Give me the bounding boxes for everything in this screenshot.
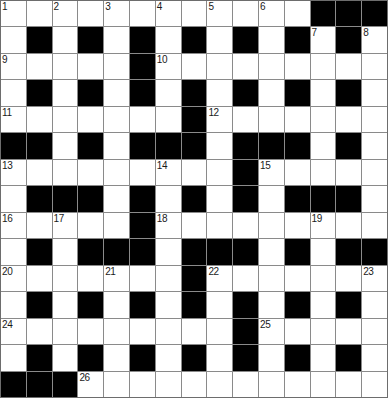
cell-r8c9[interactable] bbox=[207, 186, 232, 211]
block-cell-r14c8 bbox=[182, 345, 207, 370]
cell-r11c9[interactable]: 22 bbox=[207, 266, 232, 291]
cell-r1c12[interactable] bbox=[285, 1, 310, 26]
cell-r13c3[interactable] bbox=[53, 319, 78, 344]
cell-r15c9[interactable] bbox=[207, 372, 232, 397]
block-cell-r6c1 bbox=[1, 133, 26, 158]
block-cell-r7c10 bbox=[233, 160, 258, 185]
cell-r10c11[interactable] bbox=[259, 239, 284, 264]
cell-r14c13[interactable] bbox=[311, 345, 336, 370]
cell-r9c2[interactable] bbox=[27, 213, 52, 238]
clue-number-21: 21 bbox=[105, 266, 115, 277]
cell-r9c1[interactable]: 16 bbox=[1, 213, 26, 238]
block-cell-r14c2 bbox=[27, 345, 52, 370]
cell-r7c7[interactable]: 14 bbox=[156, 160, 181, 185]
block-cell-r8c13 bbox=[311, 186, 336, 211]
block-cell-r10c12 bbox=[285, 239, 310, 264]
clue-number-11: 11 bbox=[2, 107, 12, 118]
cell-r5c7[interactable] bbox=[156, 107, 181, 132]
block-cell-r1c14 bbox=[336, 1, 361, 26]
cell-r13c11[interactable]: 25 bbox=[259, 319, 284, 344]
cell-r3c9[interactable] bbox=[207, 54, 232, 79]
cell-r7c12[interactable] bbox=[285, 160, 310, 185]
cell-r9c14[interactable] bbox=[336, 213, 361, 238]
clue-number-23: 23 bbox=[363, 266, 373, 277]
cell-r2c5[interactable] bbox=[104, 27, 129, 52]
cell-r9c7[interactable]: 18 bbox=[156, 213, 181, 238]
clue-number-10: 10 bbox=[157, 54, 167, 65]
clue-number-4: 4 bbox=[157, 1, 162, 12]
block-cell-r6c6 bbox=[130, 133, 155, 158]
block-cell-r2c14 bbox=[336, 27, 361, 52]
cell-r11c4[interactable] bbox=[78, 266, 103, 291]
cell-r10c13[interactable] bbox=[311, 239, 336, 264]
cell-r1c6[interactable] bbox=[130, 1, 155, 26]
cell-r11c5[interactable]: 21 bbox=[104, 266, 129, 291]
clue-number-13: 13 bbox=[2, 160, 12, 171]
cell-r5c10[interactable] bbox=[233, 107, 258, 132]
cell-r1c4[interactable] bbox=[78, 1, 103, 26]
cell-r13c1[interactable]: 24 bbox=[1, 319, 26, 344]
cell-r7c9[interactable] bbox=[207, 160, 232, 185]
cell-r5c1[interactable]: 11 bbox=[1, 107, 26, 132]
cell-r4c1[interactable] bbox=[1, 80, 26, 105]
cell-r5c6[interactable] bbox=[130, 107, 155, 132]
block-cell-r8c8 bbox=[182, 186, 207, 211]
block-cell-r4c10 bbox=[233, 80, 258, 105]
block-cell-r15c1 bbox=[1, 372, 26, 397]
cell-r2c1[interactable] bbox=[1, 27, 26, 52]
cell-r12c13[interactable] bbox=[311, 292, 336, 317]
cell-r12c15[interactable] bbox=[362, 292, 387, 317]
cell-r9c8[interactable] bbox=[182, 213, 207, 238]
block-cell-r14c4 bbox=[78, 345, 103, 370]
cell-r10c3[interactable] bbox=[53, 239, 78, 264]
cell-r6c15[interactable] bbox=[362, 133, 387, 158]
cell-r8c1[interactable] bbox=[1, 186, 26, 211]
cell-r8c5[interactable] bbox=[104, 186, 129, 211]
cell-r3c11[interactable] bbox=[259, 54, 284, 79]
cell-r13c6[interactable] bbox=[130, 319, 155, 344]
cell-r14c1[interactable] bbox=[1, 345, 26, 370]
block-cell-r10c9 bbox=[207, 239, 232, 264]
cell-r11c6[interactable] bbox=[130, 266, 155, 291]
cell-r4c7[interactable] bbox=[156, 80, 181, 105]
cell-r11c1[interactable]: 20 bbox=[1, 266, 26, 291]
cell-r3c2[interactable] bbox=[27, 54, 52, 79]
block-cell-r8c2 bbox=[27, 186, 52, 211]
cell-r7c4[interactable] bbox=[78, 160, 103, 185]
cell-r3c4[interactable] bbox=[78, 54, 103, 79]
cell-r1c5[interactable]: 3 bbox=[104, 1, 129, 26]
cell-r3c1[interactable]: 9 bbox=[1, 54, 26, 79]
block-cell-r12c6 bbox=[130, 292, 155, 317]
block-cell-r12c8 bbox=[182, 292, 207, 317]
block-cell-r6c8 bbox=[182, 133, 207, 158]
cell-r3c13[interactable] bbox=[311, 54, 336, 79]
block-cell-r6c10 bbox=[233, 133, 258, 158]
block-cell-r10c5 bbox=[104, 239, 129, 264]
block-cell-r10c8 bbox=[182, 239, 207, 264]
block-cell-r10c14 bbox=[336, 239, 361, 264]
block-cell-r4c4 bbox=[78, 80, 103, 105]
cell-r1c10[interactable] bbox=[233, 1, 258, 26]
clue-number-14: 14 bbox=[157, 160, 167, 171]
cell-r11c14[interactable] bbox=[336, 266, 361, 291]
clue-number-7: 7 bbox=[312, 27, 317, 38]
cell-r2c7[interactable] bbox=[156, 27, 181, 52]
cell-r3c7[interactable]: 10 bbox=[156, 54, 181, 79]
block-cell-r8c14 bbox=[336, 186, 361, 211]
clue-number-25: 25 bbox=[260, 319, 270, 330]
clue-number-2: 2 bbox=[54, 1, 59, 12]
cell-r8c11[interactable] bbox=[259, 186, 284, 211]
cell-r10c1[interactable] bbox=[1, 239, 26, 264]
cell-r15c6[interactable] bbox=[130, 372, 155, 397]
clue-number-24: 24 bbox=[2, 319, 12, 330]
cell-r7c5[interactable] bbox=[104, 160, 129, 185]
cell-r6c9[interactable] bbox=[207, 133, 232, 158]
clue-number-20: 20 bbox=[2, 266, 12, 277]
block-cell-r2c12 bbox=[285, 27, 310, 52]
block-cell-r14c10 bbox=[233, 345, 258, 370]
cell-r2c9[interactable] bbox=[207, 27, 232, 52]
cell-r5c9[interactable]: 12 bbox=[207, 107, 232, 132]
block-cell-r10c6 bbox=[130, 239, 155, 264]
cell-r5c15[interactable] bbox=[362, 107, 387, 132]
cell-r11c12[interactable] bbox=[285, 266, 310, 291]
cell-r13c12[interactable] bbox=[285, 319, 310, 344]
cell-r8c7[interactable] bbox=[156, 186, 181, 211]
cell-r7c13[interactable] bbox=[311, 160, 336, 185]
block-cell-r2c4 bbox=[78, 27, 103, 52]
cell-r10c7[interactable] bbox=[156, 239, 181, 264]
cell-r11c13[interactable] bbox=[311, 266, 336, 291]
cell-r4c5[interactable] bbox=[104, 80, 129, 105]
cell-r13c7[interactable] bbox=[156, 319, 181, 344]
block-cell-r11c8 bbox=[182, 266, 207, 291]
cell-r14c11[interactable] bbox=[259, 345, 284, 370]
cell-r3c3[interactable] bbox=[53, 54, 78, 79]
cell-r6c13[interactable] bbox=[311, 133, 336, 158]
block-cell-r6c7 bbox=[156, 133, 181, 158]
cell-r12c11[interactable] bbox=[259, 292, 284, 317]
cell-r4c3[interactable] bbox=[53, 80, 78, 105]
block-cell-r12c14 bbox=[336, 292, 361, 317]
block-cell-r9c6 bbox=[130, 213, 155, 238]
cell-r7c15[interactable] bbox=[362, 160, 387, 185]
block-cell-r15c3 bbox=[53, 372, 78, 397]
block-cell-r1c15 bbox=[362, 1, 387, 26]
clue-number-26: 26 bbox=[79, 372, 89, 383]
block-cell-r4c2 bbox=[27, 80, 52, 105]
block-cell-r5c8 bbox=[182, 107, 207, 132]
cell-r3c8[interactable] bbox=[182, 54, 207, 79]
cell-r15c13[interactable] bbox=[311, 372, 336, 397]
cell-r15c10[interactable] bbox=[233, 372, 258, 397]
clue-number-6: 6 bbox=[260, 1, 265, 12]
block-cell-r12c4 bbox=[78, 292, 103, 317]
cell-r12c5[interactable] bbox=[104, 292, 129, 317]
block-cell-r4c8 bbox=[182, 80, 207, 105]
cell-r15c15[interactable] bbox=[362, 372, 387, 397]
clue-number-17: 17 bbox=[54, 213, 64, 224]
cell-r15c12[interactable] bbox=[285, 372, 310, 397]
block-cell-r10c4 bbox=[78, 239, 103, 264]
cell-r12c3[interactable] bbox=[53, 292, 78, 317]
cell-r5c11[interactable] bbox=[259, 107, 284, 132]
cell-r3c15[interactable] bbox=[362, 54, 387, 79]
block-cell-r8c3 bbox=[53, 186, 78, 211]
clue-number-8: 8 bbox=[363, 27, 368, 38]
cell-r15c11[interactable] bbox=[259, 372, 284, 397]
block-cell-r10c15 bbox=[362, 239, 387, 264]
cell-r2c15[interactable]: 8 bbox=[362, 27, 387, 52]
block-cell-r10c2 bbox=[27, 239, 52, 264]
cell-r7c6[interactable] bbox=[130, 160, 155, 185]
block-cell-r12c10 bbox=[233, 292, 258, 317]
block-cell-r8c4 bbox=[78, 186, 103, 211]
block-cell-r8c6 bbox=[130, 186, 155, 211]
cell-r14c5[interactable] bbox=[104, 345, 129, 370]
cell-r2c13[interactable]: 7 bbox=[311, 27, 336, 52]
cell-r13c4[interactable] bbox=[78, 319, 103, 344]
cell-r4c13[interactable] bbox=[311, 80, 336, 105]
block-cell-r2c6 bbox=[130, 27, 155, 52]
cell-r14c9[interactable] bbox=[207, 345, 232, 370]
cell-r9c5[interactable] bbox=[104, 213, 129, 238]
crossword-grid: 1234567891011121314151617181920212223242… bbox=[0, 0, 388, 398]
cell-r2c3[interactable] bbox=[53, 27, 78, 52]
cell-r13c8[interactable] bbox=[182, 319, 207, 344]
cell-r7c8[interactable] bbox=[182, 160, 207, 185]
block-cell-r1c13 bbox=[311, 1, 336, 26]
cell-r13c2[interactable] bbox=[27, 319, 52, 344]
block-cell-r4c14 bbox=[336, 80, 361, 105]
cell-r12c7[interactable] bbox=[156, 292, 181, 317]
cell-r9c11[interactable] bbox=[259, 213, 284, 238]
block-cell-r2c8 bbox=[182, 27, 207, 52]
cell-r7c1[interactable]: 13 bbox=[1, 160, 26, 185]
cell-r5c12[interactable] bbox=[285, 107, 310, 132]
cell-r5c14[interactable] bbox=[336, 107, 361, 132]
cell-r7c14[interactable] bbox=[336, 160, 361, 185]
clue-number-15: 15 bbox=[260, 160, 270, 171]
cell-r4c9[interactable] bbox=[207, 80, 232, 105]
cell-r2c11[interactable] bbox=[259, 27, 284, 52]
cell-r9c12[interactable] bbox=[285, 213, 310, 238]
cell-r11c7[interactable] bbox=[156, 266, 181, 291]
block-cell-r6c12 bbox=[285, 133, 310, 158]
block-cell-r2c10 bbox=[233, 27, 258, 52]
block-cell-r8c12 bbox=[285, 186, 310, 211]
cell-r7c2[interactable] bbox=[27, 160, 52, 185]
cell-r13c13[interactable] bbox=[311, 319, 336, 344]
cell-r12c1[interactable] bbox=[1, 292, 26, 317]
clue-number-19: 19 bbox=[312, 213, 322, 224]
block-cell-r4c6 bbox=[130, 80, 155, 105]
cell-r11c3[interactable] bbox=[53, 266, 78, 291]
clue-number-18: 18 bbox=[157, 213, 167, 224]
cell-r15c7[interactable] bbox=[156, 372, 181, 397]
cell-r7c3[interactable] bbox=[53, 160, 78, 185]
cell-r9c4[interactable] bbox=[78, 213, 103, 238]
block-cell-r2c2 bbox=[27, 27, 52, 52]
cell-r1c1[interactable]: 1 bbox=[1, 1, 26, 26]
block-cell-r14c12 bbox=[285, 345, 310, 370]
cell-r3c10[interactable] bbox=[233, 54, 258, 79]
cell-r1c3[interactable]: 2 bbox=[53, 1, 78, 26]
block-cell-r6c14 bbox=[336, 133, 361, 158]
clue-number-3: 3 bbox=[105, 1, 110, 12]
cell-r6c3[interactable] bbox=[53, 133, 78, 158]
cell-r9c15[interactable] bbox=[362, 213, 387, 238]
cell-r1c2[interactable] bbox=[27, 1, 52, 26]
block-cell-r15c2 bbox=[27, 372, 52, 397]
block-cell-r12c12 bbox=[285, 292, 310, 317]
cell-r12c9[interactable] bbox=[207, 292, 232, 317]
cell-r6c5[interactable] bbox=[104, 133, 129, 158]
cell-r7c11[interactable]: 15 bbox=[259, 160, 284, 185]
block-cell-r6c4 bbox=[78, 133, 103, 158]
cell-r14c15[interactable] bbox=[362, 345, 387, 370]
cell-r3c12[interactable] bbox=[285, 54, 310, 79]
block-cell-r4c12 bbox=[285, 80, 310, 105]
cell-r9c3[interactable]: 17 bbox=[53, 213, 78, 238]
cell-r5c13[interactable] bbox=[311, 107, 336, 132]
block-cell-r8c10 bbox=[233, 186, 258, 211]
cell-r11c11[interactable] bbox=[259, 266, 284, 291]
cell-r5c2[interactable] bbox=[27, 107, 52, 132]
cell-r11c2[interactable] bbox=[27, 266, 52, 291]
block-cell-r13c10 bbox=[233, 319, 258, 344]
clue-number-9: 9 bbox=[2, 54, 7, 65]
cell-r15c5[interactable] bbox=[104, 372, 129, 397]
cell-r15c8[interactable] bbox=[182, 372, 207, 397]
cell-r11c15[interactable]: 23 bbox=[362, 266, 387, 291]
clue-number-1: 1 bbox=[2, 1, 7, 12]
block-cell-r6c2 bbox=[27, 133, 52, 158]
block-cell-r14c6 bbox=[130, 345, 155, 370]
cell-r9c9[interactable] bbox=[207, 213, 232, 238]
cell-r14c3[interactable] bbox=[53, 345, 78, 370]
cell-r11c10[interactable] bbox=[233, 266, 258, 291]
cell-r15c4[interactable]: 26 bbox=[78, 372, 103, 397]
cell-r14c7[interactable] bbox=[156, 345, 181, 370]
cell-r1c8[interactable] bbox=[182, 1, 207, 26]
cell-r5c4[interactable] bbox=[78, 107, 103, 132]
cell-r4c11[interactable] bbox=[259, 80, 284, 105]
clue-number-22: 22 bbox=[208, 266, 218, 277]
block-cell-r10c10 bbox=[233, 239, 258, 264]
cell-r3c5[interactable] bbox=[104, 54, 129, 79]
cell-r1c7[interactable]: 4 bbox=[156, 1, 181, 26]
cell-r5c3[interactable] bbox=[53, 107, 78, 132]
cell-r5c5[interactable] bbox=[104, 107, 129, 132]
cell-r13c15[interactable] bbox=[362, 319, 387, 344]
cell-r9c13[interactable]: 19 bbox=[311, 213, 336, 238]
cell-r9c10[interactable] bbox=[233, 213, 258, 238]
cell-r3c14[interactable] bbox=[336, 54, 361, 79]
block-cell-r14c14 bbox=[336, 345, 361, 370]
cell-r13c14[interactable] bbox=[336, 319, 361, 344]
cell-r15c14[interactable] bbox=[336, 372, 361, 397]
clue-number-5: 5 bbox=[208, 1, 213, 12]
cell-r13c5[interactable] bbox=[104, 319, 129, 344]
cell-r8c15[interactable] bbox=[362, 186, 387, 211]
clue-number-16: 16 bbox=[2, 213, 12, 224]
block-cell-r3c6 bbox=[130, 54, 155, 79]
cell-r4c15[interactable] bbox=[362, 80, 387, 105]
clue-number-12: 12 bbox=[208, 107, 218, 118]
block-cell-r12c2 bbox=[27, 292, 52, 317]
cell-r1c9[interactable]: 5 bbox=[207, 1, 232, 26]
cell-r1c11[interactable]: 6 bbox=[259, 1, 284, 26]
cell-r13c9[interactable] bbox=[207, 319, 232, 344]
block-cell-r6c11 bbox=[259, 133, 284, 158]
